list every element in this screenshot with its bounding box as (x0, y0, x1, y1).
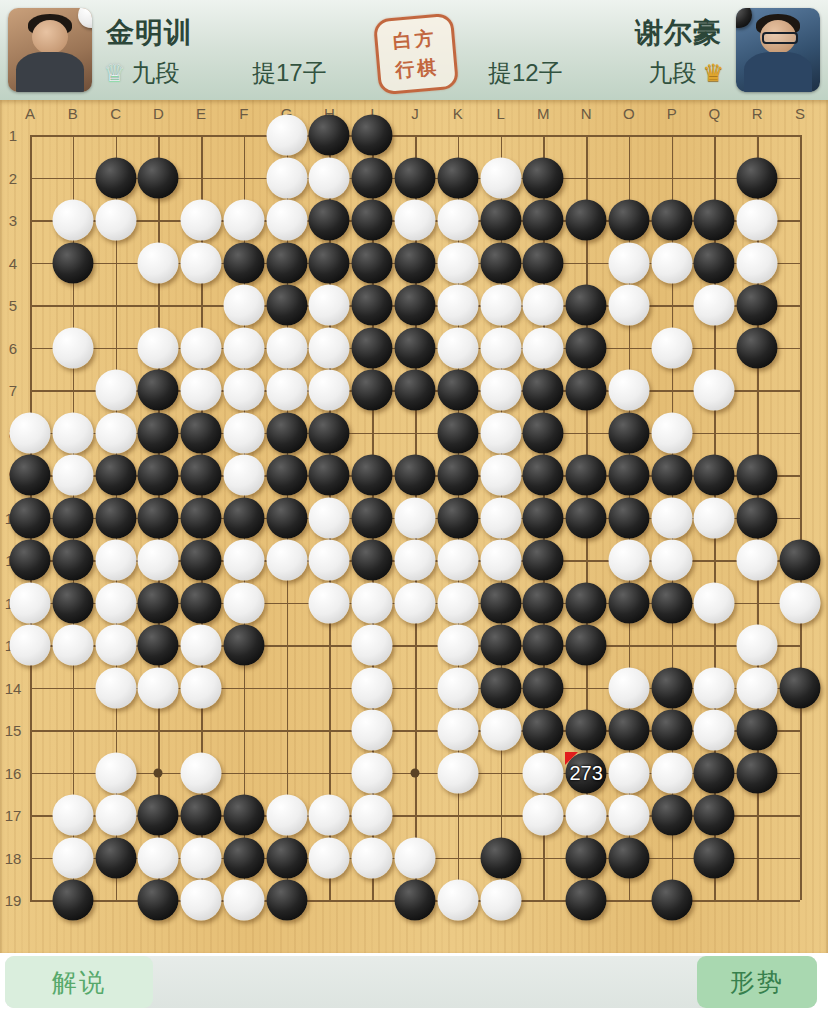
row-label: 2 (9, 169, 17, 186)
white-stone (737, 625, 778, 666)
white-stone (181, 880, 222, 921)
black-stone (566, 497, 607, 538)
black-stone (737, 327, 778, 368)
black-stone (223, 625, 264, 666)
black-stone (480, 625, 521, 666)
white-stone (352, 795, 393, 836)
black-stone (138, 795, 179, 836)
black-stone (309, 412, 350, 453)
white-stone (266, 200, 307, 241)
black-stone (566, 710, 607, 751)
white-stone (437, 710, 478, 751)
white-stone (395, 540, 436, 581)
footer-bar: 解说 形势 (5, 956, 817, 1008)
black-stone (395, 285, 436, 326)
white-stone (95, 540, 136, 581)
white-stone (52, 837, 93, 878)
black-stone (223, 497, 264, 538)
white-stone (138, 667, 179, 708)
white-stone (737, 667, 778, 708)
header: 金明训 ♕ 九段 提17子 白方 行棋 提12子 谢尔豪 九段 ♛ (0, 0, 828, 100)
white-stone (480, 370, 521, 411)
white-stone (223, 412, 264, 453)
black-stone (352, 157, 393, 198)
column-label: F (239, 105, 248, 122)
black-stone (694, 795, 735, 836)
white-stone (608, 667, 649, 708)
black-stone (181, 582, 222, 623)
column-label: A (25, 105, 35, 122)
white-stone (694, 497, 735, 538)
column-label: L (496, 105, 504, 122)
black-stone (566, 880, 607, 921)
white-stone (10, 412, 51, 453)
white-stone (480, 497, 521, 538)
white-stone (309, 285, 350, 326)
gold-crown-icon: ♛ (702, 61, 724, 85)
black-stone (566, 837, 607, 878)
white-stone (651, 540, 692, 581)
black-stone (52, 497, 93, 538)
white-stone (52, 412, 93, 453)
white-stone (10, 582, 51, 623)
white-stone (95, 370, 136, 411)
black-stone (608, 837, 649, 878)
white-stone (95, 752, 136, 793)
black-stone (608, 582, 649, 623)
white-stone (694, 582, 735, 623)
white-stone (138, 327, 179, 368)
black-stone (95, 497, 136, 538)
black-stone (737, 455, 778, 496)
white-stone (223, 582, 264, 623)
white-stone (437, 242, 478, 283)
row-label: 7 (9, 382, 17, 399)
white-stone (480, 157, 521, 198)
avatar-face (32, 20, 68, 54)
black-stone (651, 710, 692, 751)
row-label: 18 (5, 849, 22, 866)
silver-crown-icon: ♕ (104, 61, 126, 85)
black-stone (523, 497, 564, 538)
black-stone (352, 497, 393, 538)
white-stone (737, 540, 778, 581)
white-stone (480, 327, 521, 368)
black-stone (694, 200, 735, 241)
white-stone (309, 370, 350, 411)
white-stone (608, 370, 649, 411)
avatar-body (744, 52, 812, 92)
left-player-rank-row: ♕ 九段 (104, 57, 180, 89)
white-stone (437, 752, 478, 793)
white-stone (651, 327, 692, 368)
white-stone (266, 795, 307, 836)
white-stone (181, 837, 222, 878)
column-label: B (68, 105, 78, 122)
black-stone (651, 667, 692, 708)
white-stone (480, 412, 521, 453)
black-stone-icon (736, 8, 752, 28)
white-stone (181, 242, 222, 283)
black-stone (223, 837, 264, 878)
white-stone (523, 285, 564, 326)
black-stone (138, 370, 179, 411)
white-stone (395, 582, 436, 623)
black-stone (138, 625, 179, 666)
black-stone (95, 837, 136, 878)
white-stone (480, 455, 521, 496)
left-player-name: 金明训 (106, 14, 193, 52)
black-stone (566, 285, 607, 326)
white-stone (95, 667, 136, 708)
black-stone (266, 497, 307, 538)
star-point (154, 768, 163, 777)
black-stone (608, 710, 649, 751)
black-stone (138, 497, 179, 538)
column-label: D (153, 105, 164, 122)
white-stone (395, 837, 436, 878)
black-stone (10, 540, 51, 581)
black-stone (437, 497, 478, 538)
black-stone (566, 370, 607, 411)
black-stone (651, 455, 692, 496)
commentary-button[interactable]: 解说 (5, 956, 153, 1008)
black-stone (437, 157, 478, 198)
white-stone (266, 540, 307, 581)
black-stone (352, 115, 393, 156)
black-stone (352, 200, 393, 241)
row-label: 17 (5, 807, 22, 824)
star-point (411, 768, 420, 777)
white-stone (437, 667, 478, 708)
white-stone (523, 327, 564, 368)
black-stone (352, 327, 393, 368)
white-stone (309, 327, 350, 368)
white-stone (223, 327, 264, 368)
white-stone (395, 497, 436, 538)
white-stone (480, 285, 521, 326)
white-stone (780, 582, 821, 623)
row-label: 4 (9, 254, 17, 271)
black-stone (309, 242, 350, 283)
row-label: 1 (9, 127, 17, 144)
white-stone (352, 582, 393, 623)
black-stone (480, 837, 521, 878)
black-stone (52, 582, 93, 623)
white-stone (651, 752, 692, 793)
black-stone (52, 540, 93, 581)
black-stone (523, 582, 564, 623)
avatar-body (16, 52, 84, 92)
black-stone (523, 667, 564, 708)
left-player-avatar[interactable] (8, 8, 92, 92)
black-stone (266, 455, 307, 496)
black-stone (266, 242, 307, 283)
column-label: O (623, 105, 635, 122)
black-stone (523, 157, 564, 198)
white-stone (608, 752, 649, 793)
black-stone (352, 540, 393, 581)
white-stone (651, 497, 692, 538)
black-stone (608, 412, 649, 453)
black-stone (523, 370, 564, 411)
column-label: S (795, 105, 805, 122)
black-stone (694, 752, 735, 793)
black-stone (395, 157, 436, 198)
black-stone (694, 242, 735, 283)
white-stone (651, 242, 692, 283)
black-stone (608, 455, 649, 496)
black-stone (694, 455, 735, 496)
black-stone (266, 285, 307, 326)
black-stone (566, 327, 607, 368)
white-stone (223, 455, 264, 496)
black-stone (523, 412, 564, 453)
white-stone (181, 327, 222, 368)
white-stone (181, 370, 222, 411)
black-stone (694, 837, 735, 878)
black-stone (95, 455, 136, 496)
white-stone (437, 327, 478, 368)
row-label: 6 (9, 339, 17, 356)
black-stone (523, 540, 564, 581)
go-board[interactable]: ABCDEFGHIJKLMNOPQRS123456789101112131415… (0, 100, 828, 953)
black-stone (737, 285, 778, 326)
column-label: M (537, 105, 550, 122)
white-stone (523, 752, 564, 793)
situation-button[interactable]: 形势 (697, 956, 817, 1008)
white-stone (309, 497, 350, 538)
right-player-rank: 九段 (648, 57, 696, 89)
column-label: E (196, 105, 206, 122)
white-stone (480, 880, 521, 921)
white-stone (266, 327, 307, 368)
black-stone (651, 880, 692, 921)
white-stone (651, 412, 692, 453)
black-stone (523, 710, 564, 751)
white-stone (95, 200, 136, 241)
white-stone (181, 667, 222, 708)
white-stone (223, 285, 264, 326)
white-stone (523, 795, 564, 836)
white-stone (352, 625, 393, 666)
seal-line1: 白方 (392, 23, 438, 56)
black-stone (52, 242, 93, 283)
white-stone (266, 115, 307, 156)
right-player-avatar[interactable] (736, 8, 820, 92)
seal-line2: 行棋 (394, 52, 440, 85)
black-stone (737, 497, 778, 538)
black-stone (223, 242, 264, 283)
black-stone (523, 625, 564, 666)
column-label: N (581, 105, 592, 122)
black-stone (138, 455, 179, 496)
white-stone (566, 795, 607, 836)
black-stone (352, 370, 393, 411)
white-stone (181, 625, 222, 666)
black-stone (181, 412, 222, 453)
black-stone (352, 242, 393, 283)
white-stone (608, 795, 649, 836)
black-stone (480, 582, 521, 623)
white-stone (52, 200, 93, 241)
white-stone (266, 157, 307, 198)
right-player-name: 谢尔豪 (635, 14, 722, 52)
column-label: P (667, 105, 677, 122)
white-stone (694, 667, 735, 708)
white-stone (352, 667, 393, 708)
white-stone (437, 200, 478, 241)
white-stone (309, 582, 350, 623)
white-stone (223, 880, 264, 921)
black-stone (395, 455, 436, 496)
black-stone (223, 795, 264, 836)
white-stone (608, 242, 649, 283)
white-stone (480, 710, 521, 751)
white-stone (694, 370, 735, 411)
white-stone (52, 795, 93, 836)
white-stone (352, 837, 393, 878)
white-stone (138, 242, 179, 283)
turn-indicator-seal: 白方 行棋 (373, 13, 459, 96)
white-stone (95, 625, 136, 666)
black-stone (523, 242, 564, 283)
black-stone (181, 795, 222, 836)
black-stone (10, 497, 51, 538)
white-stone (95, 582, 136, 623)
right-player-captures: 提12子 (488, 57, 563, 89)
glasses-icon (762, 32, 798, 44)
black-stone (181, 497, 222, 538)
black-stone (608, 200, 649, 241)
white-stone (181, 200, 222, 241)
white-stone (608, 540, 649, 581)
black-stone (651, 582, 692, 623)
black-stone (138, 880, 179, 921)
white-stone (309, 837, 350, 878)
row-label: 5 (9, 297, 17, 314)
black-stone (309, 200, 350, 241)
white-stone (223, 540, 264, 581)
column-label: R (752, 105, 763, 122)
black-stone (266, 880, 307, 921)
black-stone (95, 157, 136, 198)
black-stone (138, 582, 179, 623)
black-stone (566, 455, 607, 496)
white-stone (52, 327, 93, 368)
black-stone (437, 412, 478, 453)
white-stone (395, 200, 436, 241)
black-stone (480, 242, 521, 283)
black-stone (566, 200, 607, 241)
white-stone (437, 625, 478, 666)
white-stone (737, 200, 778, 241)
white-stone (352, 752, 393, 793)
column-label: J (411, 105, 419, 122)
white-stone (437, 540, 478, 581)
black-stone (480, 667, 521, 708)
black-stone (181, 455, 222, 496)
row-label: 3 (9, 212, 17, 229)
white-stone (309, 157, 350, 198)
black-stone (266, 412, 307, 453)
white-stone (266, 370, 307, 411)
black-stone (480, 200, 521, 241)
white-stone (181, 752, 222, 793)
black-stone (566, 582, 607, 623)
black-stone (352, 455, 393, 496)
white-stone (95, 795, 136, 836)
black-stone (608, 497, 649, 538)
row-label: 19 (5, 892, 22, 909)
black-stone (737, 157, 778, 198)
white-stone (138, 837, 179, 878)
black-stone (523, 455, 564, 496)
black-stone (395, 242, 436, 283)
white-stone (480, 540, 521, 581)
black-stone (566, 625, 607, 666)
column-label: K (453, 105, 463, 122)
black-stone (395, 880, 436, 921)
black-stone (737, 752, 778, 793)
black-stone (651, 200, 692, 241)
white-stone (694, 285, 735, 326)
black-stone (437, 370, 478, 411)
right-player-rank-row: 九段 ♛ (648, 57, 724, 89)
black-stone (651, 795, 692, 836)
black-stone (523, 200, 564, 241)
black-stone (437, 455, 478, 496)
row-label: 16 (5, 764, 22, 781)
white-stone (608, 285, 649, 326)
grid-line (800, 135, 802, 900)
black-stone (395, 370, 436, 411)
white-stone (138, 540, 179, 581)
white-stone-icon (78, 8, 92, 28)
white-stone (352, 710, 393, 751)
black-stone (737, 710, 778, 751)
white-stone (309, 540, 350, 581)
white-stone (52, 625, 93, 666)
white-stone (437, 285, 478, 326)
column-label: C (110, 105, 121, 122)
black-stone (780, 667, 821, 708)
left-player-captures: 提17子 (252, 57, 327, 89)
black-stone (52, 880, 93, 921)
row-label: 14 (5, 679, 22, 696)
black-stone (181, 540, 222, 581)
last-move-number: 273 (569, 761, 602, 784)
white-stone (309, 795, 350, 836)
white-stone (437, 582, 478, 623)
black-stone (138, 412, 179, 453)
black-stone (352, 285, 393, 326)
black-stone (395, 327, 436, 368)
white-stone (95, 412, 136, 453)
black-stone (780, 540, 821, 581)
black-stone (309, 115, 350, 156)
white-stone (737, 242, 778, 283)
black-stone (309, 455, 350, 496)
column-label: Q (709, 105, 721, 122)
white-stone (52, 455, 93, 496)
left-player-rank: 九段 (132, 57, 180, 89)
white-stone (694, 710, 735, 751)
black-stone (138, 157, 179, 198)
black-stone (266, 837, 307, 878)
white-stone (223, 200, 264, 241)
white-stone (223, 370, 264, 411)
